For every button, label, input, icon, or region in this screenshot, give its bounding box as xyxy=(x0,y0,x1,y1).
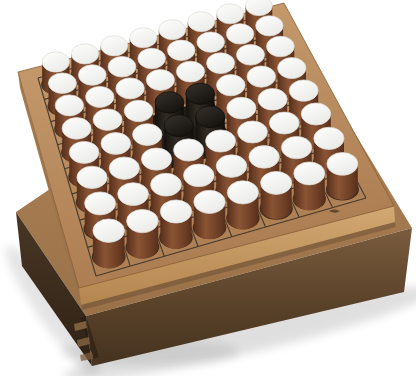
othello-board-scene xyxy=(0,0,416,376)
peg-white xyxy=(293,162,326,211)
peg-white xyxy=(125,209,159,258)
peg-white xyxy=(226,181,259,230)
peg-white xyxy=(159,200,193,249)
peg-white xyxy=(326,153,359,201)
peg-white xyxy=(92,219,126,268)
product-photo xyxy=(0,0,416,376)
peg-white xyxy=(193,190,227,239)
peg-white xyxy=(260,171,293,219)
